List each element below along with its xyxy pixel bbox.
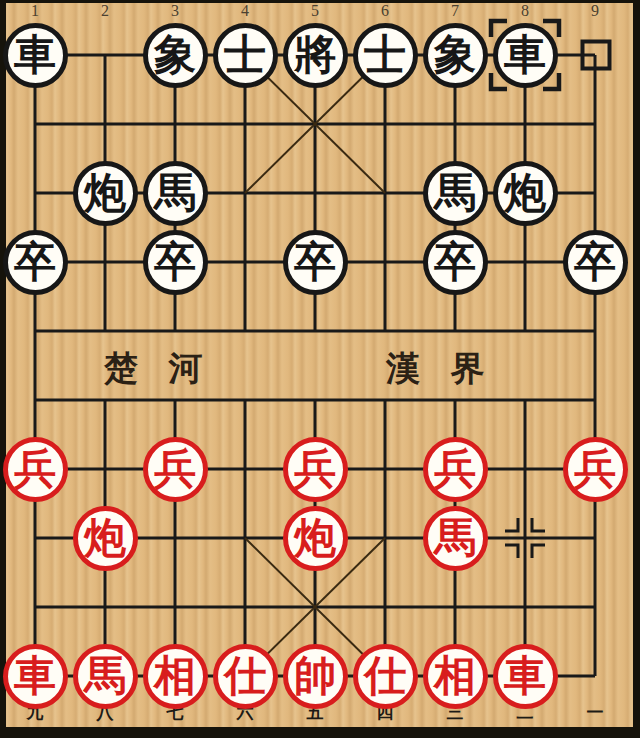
black-soldier[interactable]: 卒 (3, 230, 68, 295)
xiangqi-board-screen: 123456789 九八七六五四三二一 楚 河 漢 界 車象士將士象車炮馬馬炮卒… (0, 0, 640, 738)
black-advisor[interactable]: 士 (213, 23, 278, 88)
black-elephant[interactable]: 象 (423, 23, 488, 88)
red-advisor[interactable]: 仕 (353, 644, 418, 709)
file-label-top-2: 2 (91, 1, 119, 20)
black-soldier[interactable]: 卒 (563, 230, 628, 295)
black-advisor[interactable]: 士 (353, 23, 418, 88)
red-soldier[interactable]: 兵 (3, 437, 68, 502)
red-chariot[interactable]: 車 (3, 644, 68, 709)
red-chariot[interactable]: 車 (493, 644, 558, 709)
red-horse[interactable]: 馬 (423, 506, 488, 571)
red-cannon[interactable]: 炮 (73, 506, 138, 571)
red-elephant[interactable]: 相 (143, 644, 208, 709)
red-general[interactable]: 帥 (283, 644, 348, 709)
black-soldier[interactable]: 卒 (423, 230, 488, 295)
black-chariot[interactable]: 車 (493, 23, 558, 88)
red-advisor[interactable]: 仕 (213, 644, 278, 709)
red-soldier[interactable]: 兵 (563, 437, 628, 502)
file-label-top-3: 3 (161, 1, 189, 20)
file-label-top-8: 8 (511, 1, 539, 20)
file-label-top-6: 6 (371, 1, 399, 20)
black-cannon[interactable]: 炮 (73, 161, 138, 226)
file-label-top-9: 9 (581, 1, 609, 20)
file-label-top-5: 5 (301, 1, 329, 20)
red-horse[interactable]: 馬 (73, 644, 138, 709)
screen-frame (633, 0, 640, 738)
file-label-top-1: 1 (21, 1, 49, 20)
file-label-top-7: 7 (441, 1, 469, 20)
black-chariot[interactable]: 車 (3, 23, 68, 88)
black-soldier[interactable]: 卒 (283, 230, 348, 295)
screen-frame (0, 727, 640, 738)
black-horse[interactable]: 馬 (423, 161, 488, 226)
file-label-top-4: 4 (231, 1, 259, 20)
black-soldier[interactable]: 卒 (143, 230, 208, 295)
black-horse[interactable]: 馬 (143, 161, 208, 226)
black-elephant[interactable]: 象 (143, 23, 208, 88)
black-cannon[interactable]: 炮 (493, 161, 558, 226)
red-soldier[interactable]: 兵 (423, 437, 488, 502)
red-soldier[interactable]: 兵 (143, 437, 208, 502)
red-elephant[interactable]: 相 (423, 644, 488, 709)
red-cannon[interactable]: 炮 (283, 506, 348, 571)
board-intersections-grid[interactable]: 車象士將士象車炮馬馬炮卒卒卒卒卒兵兵兵兵兵炮炮馬車馬相仕帥仕相車 (0, 21, 630, 711)
red-soldier[interactable]: 兵 (283, 437, 348, 502)
black-general[interactable]: 將 (283, 23, 348, 88)
